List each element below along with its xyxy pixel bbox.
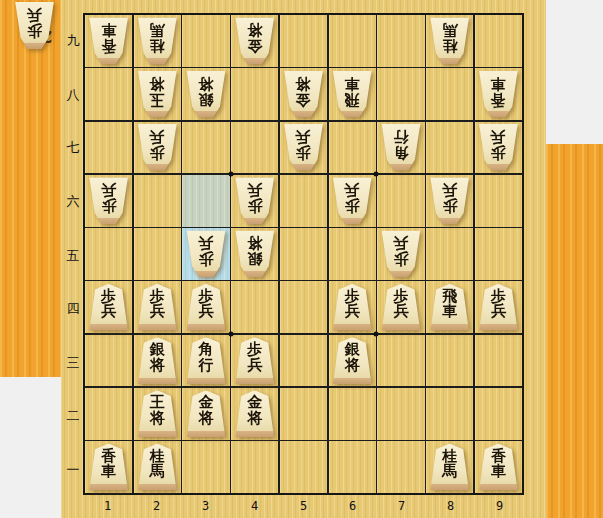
piece-silver-top[interactable]: 銀 将 [234, 230, 275, 277]
piece-pawn-top[interactable]: 歩 兵 [88, 177, 129, 224]
captured-pieces-tray-top: 歩 兵 2 [0, 0, 61, 377]
file-label-6: 6 [328, 499, 377, 513]
piece-pawn-top[interactable]: 歩 兵 [429, 177, 470, 224]
hand-piece-pawn-body: 歩 兵 [14, 2, 55, 49]
piece-body: 桂 馬 [429, 444, 470, 491]
square-f6-r3[interactable]: 銀 将 [329, 335, 376, 387]
piece-kanji: 歩 兵 [296, 128, 311, 159]
piece-kanji: 歩 兵 [247, 342, 262, 373]
square-f7-r8[interactable] [377, 68, 424, 120]
square-f5-r4[interactable] [280, 281, 327, 333]
piece-kanji: 金 将 [296, 75, 311, 106]
square-f6-r9[interactable] [329, 15, 376, 67]
square-f9-r6[interactable] [475, 175, 522, 227]
file-label-2: 2 [132, 499, 181, 513]
piece-body: 歩 兵 [332, 284, 373, 331]
rank-label-1: 一 [64, 461, 82, 479]
file-label-8: 8 [426, 499, 475, 513]
piece-lance-bottom[interactable]: 香 車 [478, 444, 519, 491]
square-f5-r5[interactable] [280, 228, 327, 280]
square-f8-r2[interactable] [426, 388, 473, 440]
piece-body: 歩 兵 [137, 284, 178, 331]
piece-body: 歩 兵 [380, 284, 421, 331]
piece-kanji: 金 将 [247, 395, 262, 426]
file-label-3: 3 [181, 499, 230, 513]
piece-kanji: 歩 兵 [199, 235, 214, 266]
square-f6-r7[interactable] [329, 122, 376, 174]
square-f3-r4[interactable]: 歩 兵 [182, 281, 229, 333]
square-f3-r8[interactable]: 銀 将 [182, 68, 229, 120]
piece-kanji: 歩 兵 [150, 288, 165, 319]
rank-label-5: 五 [64, 247, 82, 265]
piece-knight-top[interactable]: 桂 馬 [137, 17, 178, 64]
piece-kanji: 銀 将 [150, 342, 165, 373]
piece-kanji: 銀 将 [345, 342, 360, 373]
square-f3-r2[interactable]: 金 将 [182, 388, 229, 440]
star-point [228, 331, 233, 336]
square-f4-r8[interactable] [231, 68, 278, 120]
piece-kanji: 金 将 [199, 395, 214, 426]
square-f6-r1[interactable] [329, 441, 376, 493]
star-point [374, 172, 379, 177]
square-f9-r8[interactable]: 香 車 [475, 68, 522, 120]
square-f9-r7[interactable]: 歩 兵 [475, 122, 522, 174]
piece-kanji: 香 車 [101, 22, 116, 53]
hand-piece-pawn-label: 歩 兵 [27, 7, 42, 38]
rank-label-9: 九 [64, 32, 82, 50]
piece-pawn-bottom[interactable]: 歩 兵 [137, 284, 178, 331]
piece-silver-bottom[interactable]: 銀 将 [137, 337, 178, 384]
piece-silver-top[interactable]: 銀 将 [186, 71, 227, 118]
square-f8-r6[interactable]: 歩 兵 [426, 175, 473, 227]
square-f2-r3[interactable]: 銀 将 [134, 335, 181, 387]
piece-body: 飛 車 [429, 284, 470, 331]
piece-kanji: 角 行 [199, 342, 214, 373]
square-f3-r5[interactable]: 歩 兵 [182, 228, 229, 280]
square-f2-r2[interactable]: 王 将 [134, 388, 181, 440]
piece-kanji: 歩 兵 [491, 128, 506, 159]
piece-body: 歩 兵 [137, 124, 178, 171]
piece-body: 歩 兵 [380, 230, 421, 277]
piece-pawn-top[interactable]: 歩 兵 [186, 230, 227, 277]
piece-kanji: 銀 将 [199, 75, 214, 106]
piece-body: 角 行 [186, 337, 227, 384]
square-f7-r2[interactable] [377, 388, 424, 440]
square-f7-r1[interactable] [377, 441, 424, 493]
square-f8-r5[interactable] [426, 228, 473, 280]
square-f5-r3[interactable] [280, 335, 327, 387]
square-f2-r6[interactable] [134, 175, 181, 227]
piece-kanji: 歩 兵 [393, 235, 408, 266]
square-f1-r3[interactable] [85, 335, 132, 387]
piece-body: 角 行 [380, 124, 421, 171]
piece-kanji: 玉 将 [150, 75, 165, 106]
piece-knight-top[interactable]: 桂 馬 [429, 17, 470, 64]
piece-body: 歩 兵 [234, 177, 275, 224]
piece-pawn-top[interactable]: 歩 兵 [332, 177, 373, 224]
piece-pawn-bottom[interactable]: 歩 兵 [332, 284, 373, 331]
piece-pawn-bottom[interactable]: 歩 兵 [380, 284, 421, 331]
square-f3-r1[interactable] [182, 441, 229, 493]
piece-rook-bottom[interactable]: 飛 車 [429, 284, 470, 331]
piece-body: 歩 兵 [332, 177, 373, 224]
square-f8-r8[interactable] [426, 68, 473, 120]
square-f4-r9[interactable]: 金 将 [231, 15, 278, 67]
star-point [374, 331, 379, 336]
square-f6-r8[interactable]: 飛 車 [329, 68, 376, 120]
file-label-9: 9 [475, 499, 524, 513]
piece-body: 歩 兵 [88, 177, 129, 224]
square-f5-r8[interactable]: 金 将 [280, 68, 327, 120]
square-f4-r7[interactable] [231, 122, 278, 174]
file-label-5: 5 [279, 499, 328, 513]
square-f8-r9[interactable]: 桂 馬 [426, 15, 473, 67]
piece-kanji: 角 行 [393, 128, 408, 159]
piece-king-top[interactable]: 玉 将 [137, 71, 178, 118]
piece-kanji: 歩 兵 [150, 128, 165, 159]
hand-piece-pawn[interactable]: 歩 兵 [14, 2, 55, 49]
piece-body: 銀 将 [186, 71, 227, 118]
square-f6-r5[interactable] [329, 228, 376, 280]
square-f6-r2[interactable] [329, 388, 376, 440]
piece-kanji: 歩 兵 [345, 288, 360, 319]
square-f2-r1[interactable]: 桂 馬 [134, 441, 181, 493]
piece-kanji: 歩 兵 [345, 182, 360, 213]
piece-body: 歩 兵 [186, 284, 227, 331]
piece-bishop-top[interactable]: 角 行 [380, 124, 421, 171]
star-point [228, 172, 233, 177]
piece-kanji: 飛 車 [442, 288, 457, 319]
piece-body: 桂 馬 [137, 444, 178, 491]
piece-lance-bottom[interactable]: 香 車 [88, 444, 129, 491]
square-f3-r9[interactable] [182, 15, 229, 67]
square-f3-r7[interactable] [182, 122, 229, 174]
piece-kanji: 歩 兵 [247, 182, 262, 213]
file-label-1: 1 [83, 499, 132, 513]
square-f7-r7[interactable]: 角 行 [377, 122, 424, 174]
piece-body: 玉 将 [137, 71, 178, 118]
square-f8-r4[interactable]: 飛 車 [426, 281, 473, 333]
piece-body: 歩 兵 [283, 124, 324, 171]
square-f5-r2[interactable] [280, 388, 327, 440]
rank-label-2: 二 [64, 407, 82, 425]
square-f4-r4[interactable] [231, 281, 278, 333]
square-f5-r1[interactable] [280, 441, 327, 493]
square-f1-r8[interactable] [85, 68, 132, 120]
square-f9-r9[interactable] [475, 15, 522, 67]
rank-label-4: 四 [64, 300, 82, 318]
square-f2-r5[interactable] [134, 228, 181, 280]
rank-label-6: 六 [64, 193, 82, 211]
piece-gold-top[interactable]: 金 将 [234, 17, 275, 64]
square-f1-r1[interactable]: 香 車 [85, 441, 132, 493]
piece-bishop-bottom[interactable]: 角 行 [186, 337, 227, 384]
piece-body: 桂 馬 [137, 17, 178, 64]
square-f1-r5[interactable] [85, 228, 132, 280]
square-f1-r2[interactable] [85, 388, 132, 440]
piece-pawn-top[interactable]: 歩 兵 [380, 230, 421, 277]
piece-body: 金 将 [283, 71, 324, 118]
piece-pawn-bottom[interactable]: 歩 兵 [234, 337, 275, 384]
piece-kanji: 飛 車 [345, 75, 360, 106]
piece-body: 金 将 [186, 390, 227, 437]
piece-body: 銀 将 [332, 337, 373, 384]
square-f4-r2[interactable]: 金 将 [231, 388, 278, 440]
piece-pawn-bottom[interactable]: 歩 兵 [186, 284, 227, 331]
square-f8-r7[interactable] [426, 122, 473, 174]
piece-body: 歩 兵 [429, 177, 470, 224]
square-f4-r6[interactable]: 歩 兵 [231, 175, 278, 227]
piece-kanji: 桂 馬 [150, 448, 165, 479]
piece-king-bottom[interactable]: 王 将 [137, 390, 178, 437]
piece-lance-top[interactable]: 香 車 [478, 71, 519, 118]
square-f1-r4[interactable]: 歩 兵 [85, 281, 132, 333]
piece-gold-bottom[interactable]: 金 将 [234, 390, 275, 437]
square-f9-r1[interactable]: 香 車 [475, 441, 522, 493]
piece-body: 香 車 [478, 444, 519, 491]
square-f1-r9[interactable]: 香 車 [85, 15, 132, 67]
piece-body: 歩 兵 [478, 284, 519, 331]
piece-body: 香 車 [88, 17, 129, 64]
piece-kanji: 歩 兵 [101, 288, 116, 319]
piece-kanji: 桂 馬 [442, 448, 457, 479]
piece-kanji: 歩 兵 [199, 288, 214, 319]
piece-kanji: 桂 馬 [150, 22, 165, 53]
piece-pawn-bottom[interactable]: 歩 兵 [88, 284, 129, 331]
captured-pieces-tray-bottom [546, 144, 603, 518]
piece-kanji: 香 車 [101, 448, 116, 479]
square-f4-r3[interactable]: 歩 兵 [231, 335, 278, 387]
piece-pawn-top[interactable]: 歩 兵 [283, 124, 324, 171]
piece-gold-bottom[interactable]: 金 将 [186, 390, 227, 437]
square-f2-r4[interactable]: 歩 兵 [134, 281, 181, 333]
square-f4-r1[interactable] [231, 441, 278, 493]
square-f4-r5[interactable]: 銀 将 [231, 228, 278, 280]
piece-pawn-top[interactable]: 歩 兵 [137, 124, 178, 171]
file-label-7: 7 [377, 499, 426, 513]
piece-kanji: 金 将 [247, 22, 262, 53]
piece-body: 歩 兵 [234, 337, 275, 384]
rank-label-3: 三 [64, 354, 82, 372]
piece-knight-bottom[interactable]: 桂 馬 [429, 444, 470, 491]
file-label-4: 4 [230, 499, 279, 513]
piece-kanji: 香 車 [491, 75, 506, 106]
piece-body: 香 車 [478, 71, 519, 118]
square-f8-r3[interactable] [426, 335, 473, 387]
square-f5-r7[interactable]: 歩 兵 [280, 122, 327, 174]
piece-rook-top[interactable]: 飛 車 [332, 71, 373, 118]
square-f3-r3[interactable]: 角 行 [182, 335, 229, 387]
piece-body: 香 車 [88, 444, 129, 491]
piece-kanji: 歩 兵 [491, 288, 506, 319]
square-f7-r9[interactable] [377, 15, 424, 67]
square-f1-r7[interactable] [85, 122, 132, 174]
piece-body: 金 将 [234, 390, 275, 437]
rank-label-8: 八 [64, 86, 82, 104]
piece-silver-bottom[interactable]: 銀 将 [332, 337, 373, 384]
piece-body: 桂 馬 [429, 17, 470, 64]
rank-label-7: 七 [64, 139, 82, 157]
square-f9-r3[interactable] [475, 335, 522, 387]
square-f9-r4[interactable]: 歩 兵 [475, 281, 522, 333]
square-f9-r2[interactable] [475, 388, 522, 440]
square-f7-r4[interactable]: 歩 兵 [377, 281, 424, 333]
piece-body: 金 将 [234, 17, 275, 64]
square-f5-r9[interactable] [280, 15, 327, 67]
piece-pawn-top[interactable]: 歩 兵 [234, 177, 275, 224]
square-f7-r6[interactable] [377, 175, 424, 227]
square-f7-r3[interactable] [377, 335, 424, 387]
square-f6-r6[interactable]: 歩 兵 [329, 175, 376, 227]
piece-kanji: 桂 馬 [442, 22, 457, 53]
piece-body: 銀 将 [234, 230, 275, 277]
piece-lance-top[interactable]: 香 車 [88, 17, 129, 64]
piece-body: 王 将 [137, 390, 178, 437]
piece-kanji: 王 将 [150, 395, 165, 426]
piece-knight-bottom[interactable]: 桂 馬 [137, 444, 178, 491]
square-f2-r7[interactable]: 歩 兵 [134, 122, 181, 174]
piece-pawn-bottom[interactable]: 歩 兵 [478, 284, 519, 331]
square-f1-r6[interactable]: 歩 兵 [85, 175, 132, 227]
shogi-board[interactable]: 香 車桂 馬金 将桂 馬玉 将銀 将金 将飛 車香 車歩 兵歩 兵角 行歩 兵歩… [83, 13, 524, 495]
square-f9-r5[interactable] [475, 228, 522, 280]
piece-body: 飛 車 [332, 71, 373, 118]
piece-kanji: 歩 兵 [101, 182, 116, 213]
piece-body: 歩 兵 [186, 230, 227, 277]
piece-body: 歩 兵 [88, 284, 129, 331]
square-f7-r5[interactable]: 歩 兵 [377, 228, 424, 280]
piece-kanji: 銀 将 [247, 235, 262, 266]
square-f2-r8[interactable]: 玉 将 [134, 68, 181, 120]
square-f3-r6[interactable] [182, 175, 229, 227]
piece-body: 銀 将 [137, 337, 178, 384]
piece-gold-top[interactable]: 金 将 [283, 71, 324, 118]
piece-kanji: 歩 兵 [393, 288, 408, 319]
square-f5-r6[interactable] [280, 175, 327, 227]
piece-kanji: 歩 兵 [442, 182, 457, 213]
piece-kanji: 香 車 [491, 448, 506, 479]
piece-pawn-top[interactable]: 歩 兵 [478, 124, 519, 171]
piece-body: 歩 兵 [478, 124, 519, 171]
square-f6-r4[interactable]: 歩 兵 [329, 281, 376, 333]
square-f8-r1[interactable]: 桂 馬 [426, 441, 473, 493]
square-f2-r9[interactable]: 桂 馬 [134, 15, 181, 67]
